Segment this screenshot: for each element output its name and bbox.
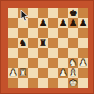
black-pawn: ♟	[79, 18, 87, 28]
square-f7[interactable]: ♟	[58, 18, 68, 28]
square-e6[interactable]	[48, 28, 58, 38]
square-e3[interactable]	[48, 58, 58, 68]
square-a8[interactable]	[8, 8, 18, 18]
square-c1[interactable]	[28, 78, 38, 88]
black-pawn: ♟	[69, 18, 77, 28]
square-a4[interactable]	[8, 48, 18, 58]
white-rook: ♜	[19, 68, 27, 78]
square-b5[interactable]: ♞	[18, 38, 28, 48]
chess-board: ♚♟♟♟♟♞♜♞♟♟♜♟♝♚	[8, 8, 88, 88]
square-d3[interactable]	[38, 58, 48, 68]
square-a1[interactable]	[8, 78, 18, 88]
square-g1[interactable]: ♚	[68, 78, 78, 88]
square-f4[interactable]	[58, 48, 68, 58]
square-c6[interactable]	[28, 28, 38, 38]
square-b7[interactable]	[18, 18, 28, 28]
square-e5[interactable]	[48, 38, 58, 48]
square-d7[interactable]: ♟	[38, 18, 48, 28]
square-c3[interactable]	[28, 58, 38, 68]
square-d6[interactable]	[38, 28, 48, 38]
square-f6[interactable]	[58, 28, 68, 38]
square-g6[interactable]	[68, 28, 78, 38]
square-b4[interactable]	[18, 48, 28, 58]
square-a2[interactable]: ♟	[8, 68, 18, 78]
square-h5[interactable]	[78, 38, 88, 48]
black-pawn: ♟	[39, 18, 47, 28]
square-h6[interactable]	[78, 28, 88, 38]
square-g7[interactable]: ♟	[68, 18, 78, 28]
square-a5[interactable]	[8, 38, 18, 48]
square-c2[interactable]	[28, 68, 38, 78]
white-pawn: ♟	[9, 68, 17, 78]
square-a7[interactable]	[8, 18, 18, 28]
square-f1[interactable]	[58, 78, 68, 88]
square-g4[interactable]	[68, 48, 78, 58]
square-g3[interactable]: ♞	[68, 58, 78, 68]
square-d2[interactable]	[38, 68, 48, 78]
white-knight: ♞	[69, 58, 77, 68]
square-f3[interactable]	[58, 58, 68, 68]
square-d4[interactable]	[38, 48, 48, 58]
square-e4[interactable]	[48, 48, 58, 58]
square-c5[interactable]	[28, 38, 38, 48]
square-f5[interactable]	[58, 38, 68, 48]
black-rook: ♜	[39, 38, 47, 48]
square-g2[interactable]: ♝	[68, 68, 78, 78]
square-b8[interactable]	[18, 8, 28, 18]
white-pawn: ♟	[59, 68, 67, 78]
square-e2[interactable]	[48, 68, 58, 78]
square-d1[interactable]	[38, 78, 48, 88]
square-e1[interactable]	[48, 78, 58, 88]
square-h8[interactable]	[78, 8, 88, 18]
square-g8[interactable]: ♚	[68, 8, 78, 18]
square-f2[interactable]: ♟	[58, 68, 68, 78]
square-g5[interactable]	[68, 38, 78, 48]
square-d5[interactable]: ♜	[38, 38, 48, 48]
square-c7[interactable]	[28, 18, 38, 28]
square-c8[interactable]	[28, 8, 38, 18]
square-b1[interactable]	[18, 78, 28, 88]
square-b6[interactable]	[18, 28, 28, 38]
white-bishop: ♝	[69, 68, 77, 78]
square-f8[interactable]	[58, 8, 68, 18]
square-h3[interactable]: ♟	[78, 58, 88, 68]
square-h1[interactable]	[78, 78, 88, 88]
square-h7[interactable]: ♟	[78, 18, 88, 28]
square-h2[interactable]	[78, 68, 88, 78]
square-d8[interactable]	[38, 8, 48, 18]
chess-board-frame: ♚♟♟♟♟♞♜♞♟♟♜♟♝♚	[0, 0, 94, 94]
square-e8[interactable]	[48, 8, 58, 18]
square-b2[interactable]: ♜	[18, 68, 28, 78]
black-king: ♚	[69, 8, 77, 18]
white-pawn: ♟	[79, 58, 87, 68]
black-knight: ♞	[19, 38, 27, 48]
square-c4[interactable]	[28, 48, 38, 58]
square-h4[interactable]	[78, 48, 88, 58]
white-king: ♚	[69, 78, 77, 88]
black-pawn: ♟	[59, 18, 67, 28]
square-b3[interactable]	[18, 58, 28, 68]
square-a6[interactable]	[8, 28, 18, 38]
square-a3[interactable]	[8, 58, 18, 68]
square-e7[interactable]	[48, 18, 58, 28]
